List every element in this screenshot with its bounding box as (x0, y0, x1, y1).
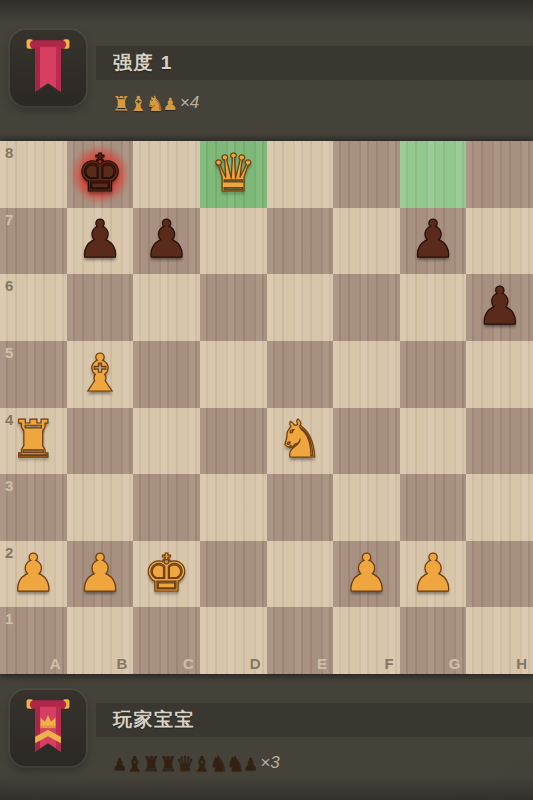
captured-bishop-icon: ♝ (129, 91, 146, 117)
square-a4[interactable]: 4♜ (0, 408, 67, 475)
square-d8[interactable]: ♛ (200, 141, 267, 208)
player-captured-tray: ♟♝♜♜♛♝♞♞♟×3 (112, 746, 280, 776)
square-d3[interactable] (200, 474, 267, 541)
square-h1[interactable]: H (466, 607, 533, 674)
square-c3[interactable] (133, 474, 200, 541)
square-g6[interactable] (400, 274, 467, 341)
square-f1[interactable]: F (333, 607, 400, 674)
square-c8[interactable] (133, 141, 200, 208)
white-bishop-b5[interactable]: ♝ (67, 341, 134, 408)
square-b5[interactable]: ♝ (67, 341, 134, 408)
square-b6[interactable] (67, 274, 134, 341)
captured-rook-icon: ♜ (142, 751, 159, 777)
white-knight-e4[interactable]: ♞ (267, 408, 334, 475)
square-a6[interactable]: 6 (0, 274, 67, 341)
captured-pawn-icon: ♟ (243, 751, 256, 777)
square-e8[interactable] (267, 141, 334, 208)
square-f5[interactable] (333, 341, 400, 408)
chess-app-screen: 强度 1 ♜♝♞♟×4 8♚♛7♟♟♟6♟5♝4♜♞32♟♟♚♟♟1ABCDEF… (0, 0, 533, 800)
captured-pawn-multiplier: ×4 (180, 90, 199, 116)
rank-label-1: 1 (5, 610, 13, 627)
red-banner-crown-icon (26, 696, 70, 760)
square-f8[interactable] (333, 141, 400, 208)
file-label-H: H (516, 655, 527, 672)
chess-board: 8♚♛7♟♟♟6♟5♝4♜♞32♟♟♚♟♟1ABCDEFGH (0, 141, 533, 674)
file-label-C: C (183, 655, 194, 672)
player-avatar[interactable] (10, 690, 86, 766)
captured-knight-icon: ♞ (209, 751, 226, 777)
file-label-E: E (317, 655, 327, 672)
rank-label-2: 2 (5, 544, 13, 561)
black-pawn-g7[interactable]: ♟ (400, 208, 467, 275)
square-f6[interactable] (333, 274, 400, 341)
square-b7[interactable]: ♟ (67, 208, 134, 275)
opponent-bar: 强度 1 ♜♝♞♟×4 (0, 0, 533, 124)
opponent-captured-tray: ♜♝♞♟×4 (112, 86, 199, 116)
red-banner-icon (26, 36, 70, 100)
square-f4[interactable] (333, 408, 400, 475)
player-bar: 玩家宝宝 ♟♝♜♜♛♝♞♞♟×3 (0, 676, 533, 800)
square-b4[interactable] (67, 408, 134, 475)
square-e4[interactable]: ♞ (267, 408, 334, 475)
square-h4[interactable] (466, 408, 533, 475)
square-d4[interactable] (200, 408, 267, 475)
square-f7[interactable] (333, 208, 400, 275)
captured-rook-icon: ♜ (159, 751, 176, 777)
square-g2[interactable]: ♟ (400, 541, 467, 608)
square-h7[interactable] (466, 208, 533, 275)
square-b2[interactable]: ♟ (67, 541, 134, 608)
white-king-c2[interactable]: ♚ (133, 541, 200, 608)
opponent-name: 强度 1 (113, 46, 173, 80)
square-e7[interactable] (267, 208, 334, 275)
file-label-G: G (449, 655, 461, 672)
rank-label-5: 5 (5, 344, 13, 361)
square-c7[interactable]: ♟ (133, 208, 200, 275)
square-g3[interactable] (400, 474, 467, 541)
square-e6[interactable] (267, 274, 334, 341)
square-g4[interactable] (400, 408, 467, 475)
square-h6[interactable]: ♟ (466, 274, 533, 341)
captured-bishop-icon: ♝ (193, 751, 210, 777)
square-c6[interactable] (133, 274, 200, 341)
square-h5[interactable] (466, 341, 533, 408)
square-g5[interactable] (400, 341, 467, 408)
white-queen-d8[interactable]: ♛ (200, 141, 267, 208)
square-g1[interactable]: G (400, 607, 467, 674)
black-pawn-c7[interactable]: ♟ (133, 208, 200, 275)
square-a7[interactable]: 7 (0, 208, 67, 275)
square-b3[interactable] (67, 474, 134, 541)
square-a5[interactable]: 5 (0, 341, 67, 408)
square-d7[interactable] (200, 208, 267, 275)
captured-pawn-multiplier: ×3 (260, 750, 279, 776)
rank-label-7: 7 (5, 211, 13, 228)
square-b8[interactable]: ♚ (67, 141, 134, 208)
captured-pawn-icon: ♟ (112, 751, 125, 777)
rank-label-6: 6 (5, 277, 13, 294)
square-a2[interactable]: 2♟ (0, 541, 67, 608)
square-d6[interactable] (200, 274, 267, 341)
file-label-F: F (385, 655, 394, 672)
square-g7[interactable]: ♟ (400, 208, 467, 275)
square-a3[interactable]: 3 (0, 474, 67, 541)
captured-knight-icon: ♞ (146, 91, 163, 117)
square-h8[interactable] (466, 141, 533, 208)
square-h3[interactable] (466, 474, 533, 541)
black-pawn-b7[interactable]: ♟ (67, 208, 134, 275)
square-e3[interactable] (267, 474, 334, 541)
square-f3[interactable] (333, 474, 400, 541)
square-f2[interactable]: ♟ (333, 541, 400, 608)
white-pawn-f2[interactable]: ♟ (333, 541, 400, 608)
square-d5[interactable] (200, 341, 267, 408)
captured-pawn-icon: ♟ (162, 91, 175, 117)
player-name: 玩家宝宝 (113, 703, 195, 737)
black-pawn-h6[interactable]: ♟ (466, 274, 533, 341)
rank-label-8: 8 (5, 144, 13, 161)
white-pawn-g2[interactable]: ♟ (400, 541, 467, 608)
file-label-D: D (250, 655, 261, 672)
square-e2[interactable] (267, 541, 334, 608)
square-a8[interactable]: 8 (0, 141, 67, 208)
file-label-A: A (50, 655, 61, 672)
rank-label-4: 4 (5, 411, 13, 428)
square-d1[interactable]: D (200, 607, 267, 674)
square-d2[interactable] (200, 541, 267, 608)
square-h2[interactable] (466, 541, 533, 608)
black-king-b8[interactable]: ♚ (67, 141, 134, 208)
square-c5[interactable] (133, 341, 200, 408)
file-label-B: B (116, 655, 127, 672)
square-c4[interactable] (133, 408, 200, 475)
square-b1[interactable]: B (67, 607, 134, 674)
square-c2[interactable]: ♚ (133, 541, 200, 608)
square-e5[interactable] (267, 341, 334, 408)
captured-bishop-icon: ♝ (125, 751, 142, 777)
captured-rook-icon: ♜ (112, 91, 129, 117)
opponent-avatar[interactable] (10, 30, 86, 106)
captured-queen-icon: ♛ (176, 751, 193, 777)
square-c1[interactable]: C (133, 607, 200, 674)
captured-knight-icon: ♞ (226, 751, 243, 777)
square-g8[interactable] (400, 141, 467, 208)
square-a1[interactable]: 1A (0, 607, 67, 674)
square-e1[interactable]: E (267, 607, 334, 674)
rank-label-3: 3 (5, 477, 13, 494)
white-pawn-b2[interactable]: ♟ (67, 541, 134, 608)
